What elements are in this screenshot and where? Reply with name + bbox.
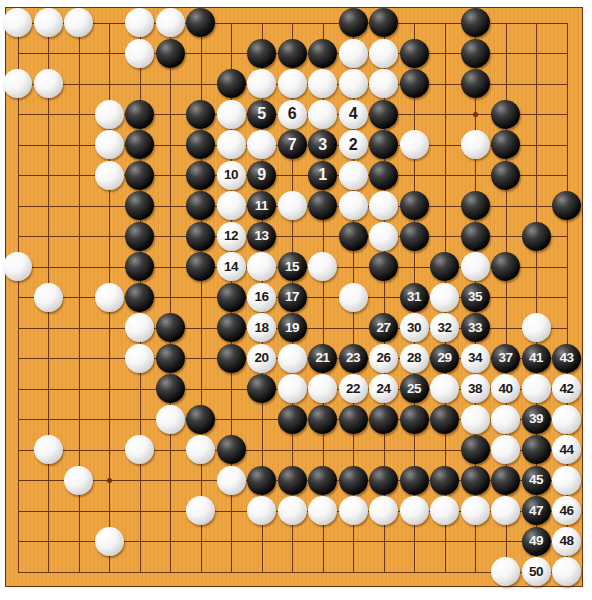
move-number-label: 47 [529,504,543,518]
stone-white[interactable] [400,130,429,159]
move-number-label: 12 [224,229,238,243]
stone-white[interactable]: 46 [552,496,581,525]
stone-white[interactable] [339,161,368,190]
move-number-label: 10 [224,168,238,182]
stone-white[interactable] [461,496,490,525]
move-number-label: 43 [559,351,573,365]
stone-white[interactable] [308,496,337,525]
move-number-label: 14 [224,260,238,274]
stone-white[interactable] [125,344,154,373]
stone-black[interactable] [186,130,215,159]
stone-black[interactable]: 7 [278,130,307,159]
stone-white[interactable]: 38 [461,374,490,403]
stone-black[interactable] [369,161,398,190]
stone-white[interactable] [156,8,185,37]
move-number-label: 42 [559,382,573,396]
stone-white[interactable] [186,435,215,464]
stone-white[interactable]: 26 [369,344,398,373]
stone-black[interactable] [217,344,246,373]
stone-black[interactable] [186,161,215,190]
stone-white[interactable] [552,405,581,434]
stone-white[interactable] [34,435,63,464]
stone-white[interactable] [125,39,154,68]
move-number-label: 38 [468,382,482,396]
stone-black[interactable] [369,130,398,159]
move-number-label: 4 [349,106,357,122]
stone-black[interactable]: 5 [247,100,276,129]
stone-black[interactable] [278,405,307,434]
stone-white[interactable] [491,435,520,464]
stone-white[interactable]: 50 [522,557,551,586]
stone-black[interactable] [461,191,490,220]
move-number-label: 34 [468,351,482,365]
stone-black[interactable]: 23 [339,344,368,373]
stone-white[interactable]: 20 [247,344,276,373]
stone-white[interactable] [3,8,32,37]
stone-black[interactable] [339,405,368,434]
stone-black[interactable] [461,39,490,68]
move-number-label: 37 [498,351,512,365]
stone-white[interactable] [461,252,490,281]
stone-black[interactable]: 3 [308,130,337,159]
stone-black[interactable] [339,8,368,37]
stone-white[interactable]: 24 [369,374,398,403]
stone-white[interactable] [339,496,368,525]
stone-black[interactable] [400,405,429,434]
stone-black[interactable] [369,252,398,281]
stone-white[interactable] [308,100,337,129]
stone-black[interactable]: 21 [308,344,337,373]
star-point [473,112,478,117]
stone-black[interactable]: 13 [247,222,276,251]
stone-black[interactable]: 29 [430,344,459,373]
stone-black[interactable] [491,466,520,495]
star-point [107,478,112,483]
move-number-label: 41 [529,351,543,365]
stone-white[interactable] [156,405,185,434]
stone-white[interactable] [522,313,551,342]
stone-black[interactable] [400,39,429,68]
move-number-label: 26 [376,351,390,365]
stone-white[interactable] [34,8,63,37]
stone-black[interactable] [308,191,337,220]
stone-white[interactable] [278,496,307,525]
stone-white[interactable] [339,39,368,68]
stone-white[interactable]: 10 [217,161,246,190]
stone-black[interactable] [156,374,185,403]
stone-black[interactable] [522,435,551,464]
stone-black[interactable] [186,191,215,220]
stone-white[interactable]: 44 [552,435,581,464]
move-number-label: 45 [529,473,543,487]
stone-white[interactable] [369,39,398,68]
stone-white[interactable] [247,252,276,281]
stone-black[interactable]: 11 [247,191,276,220]
stone-white[interactable] [369,222,398,251]
move-number-label: 27 [376,321,390,335]
stone-white[interactable] [278,374,307,403]
stone-white[interactable] [95,130,124,159]
stone-black[interactable]: 33 [461,313,490,342]
stone-white[interactable] [430,283,459,312]
stone-white[interactable] [522,374,551,403]
stone-white[interactable]: 32 [430,313,459,342]
stone-white[interactable]: 12 [217,222,246,251]
stone-white[interactable]: 14 [217,252,246,281]
move-number-label: 11 [255,199,268,213]
move-number-label: 9 [257,167,265,183]
stone-white[interactable] [64,466,93,495]
stone-white[interactable]: 22 [339,374,368,403]
stone-black[interactable] [430,405,459,434]
stone-white[interactable] [369,69,398,98]
stone-black[interactable] [430,252,459,281]
stone-black[interactable]: 41 [522,344,551,373]
stone-white[interactable] [491,496,520,525]
move-number-label: 20 [254,351,268,365]
stone-black[interactable] [125,161,154,190]
stone-black[interactable] [339,466,368,495]
move-number-label: 5 [257,106,265,122]
stone-white[interactable]: 2 [339,130,368,159]
stone-white[interactable] [491,557,520,586]
stone-white[interactable]: 40 [491,374,520,403]
stone-white[interactable] [491,405,520,434]
stone-white[interactable] [3,252,32,281]
stone-black[interactable]: 1 [308,161,337,190]
stone-black[interactable] [308,39,337,68]
stone-white[interactable] [125,435,154,464]
move-number-label: 24 [376,382,390,396]
stone-white[interactable] [95,283,124,312]
stone-black[interactable]: 35 [461,283,490,312]
stone-white[interactable] [186,496,215,525]
move-number-label: 49 [529,534,543,548]
stone-black[interactable] [125,283,154,312]
stone-black[interactable] [186,405,215,434]
stone-black[interactable]: 25 [400,374,429,403]
stone-black[interactable] [217,313,246,342]
stone-white[interactable] [125,8,154,37]
stone-white[interactable]: 48 [552,527,581,556]
stone-black[interactable] [186,8,215,37]
stone-white[interactable]: 42 [552,374,581,403]
stone-black[interactable]: 15 [278,252,307,281]
stone-black[interactable]: 31 [400,283,429,312]
stone-black[interactable] [461,435,490,464]
move-number-label: 39 [529,412,543,426]
stone-white[interactable] [308,69,337,98]
stone-black[interactable] [125,100,154,129]
move-number-label: 1 [318,167,326,183]
stone-white[interactable] [339,283,368,312]
move-number-label: 13 [254,229,268,243]
move-number-label: 31 [407,290,421,304]
stone-black[interactable] [430,466,459,495]
stone-white[interactable] [461,405,490,434]
stone-white[interactable] [64,8,93,37]
stone-black[interactable] [339,222,368,251]
stone-white[interactable] [278,344,307,373]
stone-white[interactable] [95,161,124,190]
stone-white[interactable] [217,100,246,129]
move-number-label: 48 [559,534,573,548]
move-number-label: 28 [407,351,421,365]
move-number-label: 19 [285,321,299,335]
move-number-label: 17 [285,290,299,304]
stone-black[interactable]: 39 [522,405,551,434]
stone-black[interactable] [461,222,490,251]
stone-black[interactable] [278,466,307,495]
stone-white[interactable] [217,130,246,159]
stone-black[interactable]: 49 [522,527,551,556]
move-number-label: 32 [437,321,451,335]
move-number-label: 30 [407,321,421,335]
stone-black[interactable] [247,466,276,495]
move-number-label: 44 [559,443,573,457]
stone-white[interactable]: 28 [400,344,429,373]
stone-white[interactable] [461,130,490,159]
stone-black[interactable] [491,252,520,281]
move-number-label: 2 [349,137,357,153]
stone-black[interactable] [125,191,154,220]
go-diagram: 5647321091111213141516173135181927303233… [0,0,592,600]
go-board[interactable]: 5647321091111213141516173135181927303233… [5,7,583,587]
stone-black[interactable] [400,222,429,251]
stone-black[interactable] [308,405,337,434]
stone-black[interactable] [491,161,520,190]
stone-white[interactable] [369,191,398,220]
stone-black[interactable] [369,466,398,495]
stone-white[interactable] [34,283,63,312]
stone-white[interactable] [217,191,246,220]
stone-black[interactable] [522,222,551,251]
stone-white[interactable] [308,252,337,281]
move-number-label: 50 [529,565,543,579]
stone-white[interactable] [247,130,276,159]
stone-white[interactable] [95,100,124,129]
stone-white[interactable] [3,69,32,98]
move-number-label: 23 [346,351,360,365]
stone-black[interactable] [461,69,490,98]
stone-white[interactable] [278,69,307,98]
stone-black[interactable] [217,69,246,98]
move-number-label: 7 [288,137,296,153]
stone-white[interactable]: 4 [339,100,368,129]
stone-white[interactable] [278,191,307,220]
stone-black[interactable] [400,69,429,98]
stone-white[interactable] [369,496,398,525]
stone-black[interactable] [400,466,429,495]
stone-black[interactable]: 19 [278,313,307,342]
stone-black[interactable]: 43 [552,344,581,373]
stone-black[interactable] [186,100,215,129]
stone-white[interactable] [308,374,337,403]
stone-black[interactable] [186,222,215,251]
move-number-label: 22 [346,382,360,396]
stone-black[interactable] [156,313,185,342]
move-number-label: 33 [468,321,482,335]
stone-white[interactable] [552,557,581,586]
stone-black[interactable]: 37 [491,344,520,373]
move-number-label: 6 [288,106,296,122]
stone-white[interactable]: 6 [278,100,307,129]
move-number-label: 18 [254,321,268,335]
move-number-label: 40 [498,382,512,396]
move-number-label: 35 [468,290,482,304]
move-number-label: 16 [254,290,268,304]
stone-black[interactable] [247,374,276,403]
stone-black[interactable] [217,283,246,312]
stone-white[interactable]: 16 [247,283,276,312]
stone-white[interactable] [400,496,429,525]
stone-black[interactable] [156,39,185,68]
move-number-label: 3 [318,137,326,153]
move-number-label: 25 [407,382,421,396]
stone-black[interactable]: 27 [369,313,398,342]
stone-black[interactable] [125,252,154,281]
stone-black[interactable] [369,405,398,434]
stone-white[interactable] [217,466,246,495]
stone-black[interactable]: 45 [522,466,551,495]
grid-line-horizontal [18,572,568,573]
stone-white[interactable]: 18 [247,313,276,342]
stone-black[interactable] [125,130,154,159]
stone-black[interactable]: 9 [247,161,276,190]
move-number-label: 29 [437,351,451,365]
stone-black[interactable] [186,252,215,281]
stone-black[interactable] [308,466,337,495]
stone-black[interactable] [491,130,520,159]
stone-black[interactable] [461,8,490,37]
stone-white[interactable] [339,191,368,220]
stone-white[interactable] [125,313,154,342]
move-number-label: 15 [285,260,299,274]
stone-white[interactable] [339,69,368,98]
stone-white[interactable] [247,496,276,525]
stone-white[interactable]: 30 [400,313,429,342]
stone-white[interactable] [430,374,459,403]
stone-white[interactable] [34,69,63,98]
stone-black[interactable] [461,466,490,495]
stone-black[interactable] [217,435,246,464]
stone-white[interactable] [552,466,581,495]
stone-black[interactable] [278,39,307,68]
stone-black[interactable] [491,100,520,129]
stone-black[interactable] [369,100,398,129]
stone-black[interactable] [156,344,185,373]
stone-black[interactable] [552,191,581,220]
stone-white[interactable] [95,527,124,556]
move-number-label: 21 [315,351,329,365]
move-number-label: 46 [559,504,573,518]
stone-black[interactable] [247,39,276,68]
stone-black[interactable] [125,222,154,251]
stone-white[interactable] [247,69,276,98]
stone-black[interactable] [369,8,398,37]
stone-white[interactable]: 34 [461,344,490,373]
stone-white[interactable] [430,496,459,525]
stone-black[interactable]: 17 [278,283,307,312]
stone-black[interactable]: 47 [522,496,551,525]
stone-black[interactable] [400,191,429,220]
